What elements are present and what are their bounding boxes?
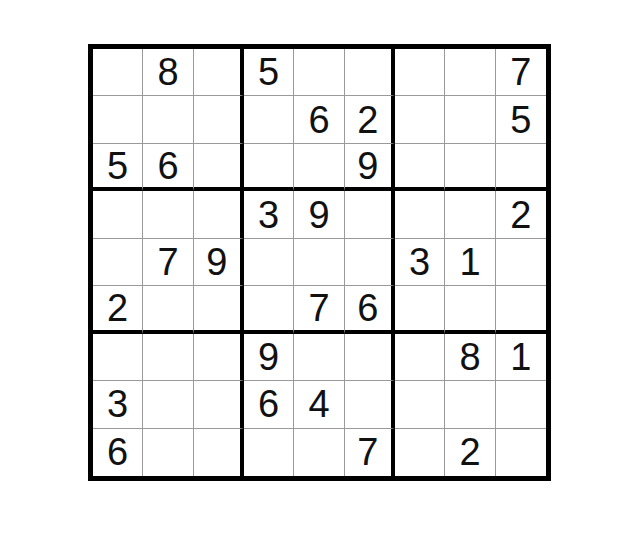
cell-r8c6[interactable] xyxy=(345,381,395,428)
cell-r1c3[interactable] xyxy=(194,49,244,96)
cell-r6c2[interactable] xyxy=(143,286,193,333)
cell-r3c2[interactable]: 6 xyxy=(143,144,193,191)
cell-r2c2[interactable] xyxy=(143,96,193,143)
cell-r5c8[interactable]: 1 xyxy=(445,239,495,286)
cell-r7c7[interactable] xyxy=(395,334,445,381)
cell-r9c9[interactable] xyxy=(496,429,546,476)
cell-r2c7[interactable] xyxy=(395,96,445,143)
cell-r5c9[interactable] xyxy=(496,239,546,286)
cell-r9c4[interactable] xyxy=(244,429,294,476)
cell-r3c3[interactable] xyxy=(194,144,244,191)
cell-r1c1[interactable] xyxy=(93,49,143,96)
cell-r4c3[interactable] xyxy=(194,191,244,238)
cell-r4c1[interactable] xyxy=(93,191,143,238)
cell-r7c6[interactable] xyxy=(345,334,395,381)
cell-r7c2[interactable] xyxy=(143,334,193,381)
cell-r5c4[interactable] xyxy=(244,239,294,286)
cell-r4c9[interactable]: 2 xyxy=(496,191,546,238)
cell-r8c1[interactable]: 3 xyxy=(93,381,143,428)
cell-r1c5[interactable] xyxy=(294,49,344,96)
cell-r7c9[interactable]: 1 xyxy=(496,334,546,381)
cell-r7c3[interactable] xyxy=(194,334,244,381)
cell-r6c4[interactable] xyxy=(244,286,294,333)
cell-r2c4[interactable] xyxy=(244,96,294,143)
cell-r9c2[interactable] xyxy=(143,429,193,476)
cell-r8c3[interactable] xyxy=(194,381,244,428)
cell-r1c2[interactable]: 8 xyxy=(143,49,193,96)
cell-r5c5[interactable] xyxy=(294,239,344,286)
cell-r9c5[interactable] xyxy=(294,429,344,476)
cell-r2c5[interactable]: 6 xyxy=(294,96,344,143)
cell-r6c8[interactable] xyxy=(445,286,495,333)
cell-r6c1[interactable]: 2 xyxy=(93,286,143,333)
cell-r8c8[interactable] xyxy=(445,381,495,428)
cell-r9c8[interactable]: 2 xyxy=(445,429,495,476)
cell-r9c7[interactable] xyxy=(395,429,445,476)
cell-r3c9[interactable] xyxy=(496,144,546,191)
cell-r1c7[interactable] xyxy=(395,49,445,96)
cell-r8c9[interactable] xyxy=(496,381,546,428)
cell-r1c9[interactable]: 7 xyxy=(496,49,546,96)
cell-r5c7[interactable]: 3 xyxy=(395,239,445,286)
cell-r4c8[interactable] xyxy=(445,191,495,238)
page: 8576255693927931276981364672 xyxy=(0,0,640,540)
cell-r7c8[interactable]: 8 xyxy=(445,334,495,381)
cell-r9c3[interactable] xyxy=(194,429,244,476)
cell-r3c6[interactable]: 9 xyxy=(345,144,395,191)
cell-r6c7[interactable] xyxy=(395,286,445,333)
cell-r1c4[interactable]: 5 xyxy=(244,49,294,96)
cell-r4c7[interactable] xyxy=(395,191,445,238)
cell-r1c8[interactable] xyxy=(445,49,495,96)
cell-r3c5[interactable] xyxy=(294,144,344,191)
cell-r7c1[interactable] xyxy=(93,334,143,381)
cell-r2c8[interactable] xyxy=(445,96,495,143)
sudoku-board: 8576255693927931276981364672 xyxy=(88,44,551,481)
cell-r3c7[interactable] xyxy=(395,144,445,191)
cell-r6c9[interactable] xyxy=(496,286,546,333)
cell-r2c6[interactable]: 2 xyxy=(345,96,395,143)
cell-r8c5[interactable]: 4 xyxy=(294,381,344,428)
cell-r2c9[interactable]: 5 xyxy=(496,96,546,143)
cell-r3c1[interactable]: 5 xyxy=(93,144,143,191)
cell-r7c4[interactable]: 9 xyxy=(244,334,294,381)
cell-r1c6[interactable] xyxy=(345,49,395,96)
cell-r5c6[interactable] xyxy=(345,239,395,286)
cell-r5c3[interactable]: 9 xyxy=(194,239,244,286)
cell-r9c6[interactable]: 7 xyxy=(345,429,395,476)
cell-r8c2[interactable] xyxy=(143,381,193,428)
cell-r7c5[interactable] xyxy=(294,334,344,381)
cell-r2c1[interactable] xyxy=(93,96,143,143)
cell-r3c8[interactable] xyxy=(445,144,495,191)
cell-r8c7[interactable] xyxy=(395,381,445,428)
cell-r9c1[interactable]: 6 xyxy=(93,429,143,476)
cell-r4c4[interactable]: 3 xyxy=(244,191,294,238)
cell-r5c2[interactable]: 7 xyxy=(143,239,193,286)
cell-r3c4[interactable] xyxy=(244,144,294,191)
cell-r6c5[interactable]: 7 xyxy=(294,286,344,333)
cell-r5c1[interactable] xyxy=(93,239,143,286)
cell-r4c5[interactable]: 9 xyxy=(294,191,344,238)
cell-r4c2[interactable] xyxy=(143,191,193,238)
cell-r8c4[interactable]: 6 xyxy=(244,381,294,428)
cell-r2c3[interactable] xyxy=(194,96,244,143)
cell-r6c3[interactable] xyxy=(194,286,244,333)
cell-r4c6[interactable] xyxy=(345,191,395,238)
cell-r6c6[interactable]: 6 xyxy=(345,286,395,333)
